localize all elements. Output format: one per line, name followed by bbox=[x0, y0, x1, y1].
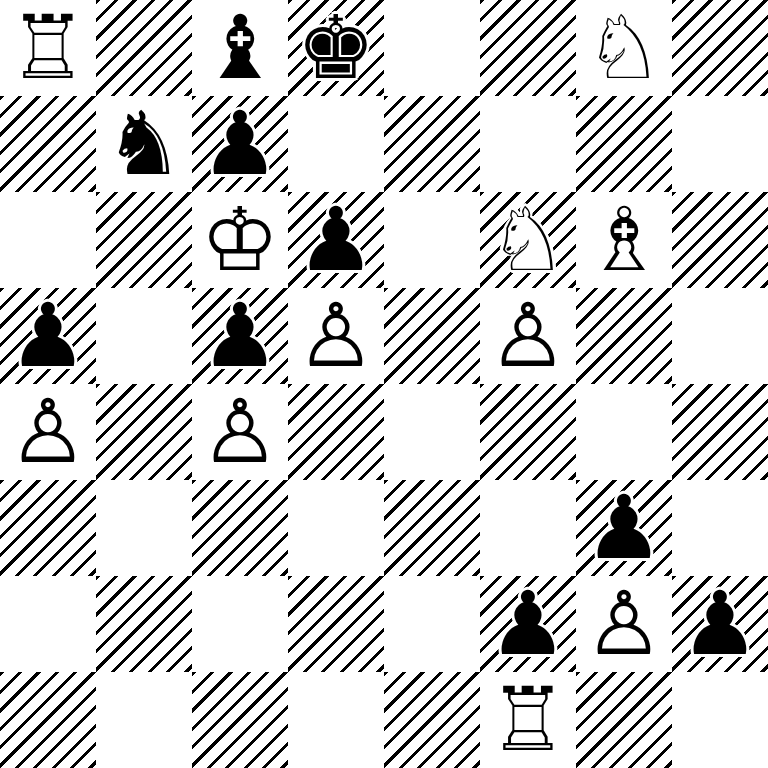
square-a3[interactable] bbox=[0, 480, 96, 576]
square-c1[interactable] bbox=[192, 672, 288, 768]
black-pawn-piece-c7: ♟ bbox=[192, 96, 288, 192]
white-pawn-piece-f5: ♙ bbox=[480, 288, 576, 384]
square-d1[interactable] bbox=[288, 672, 384, 768]
square-g6[interactable]: ♝♗ bbox=[576, 192, 672, 288]
square-g5[interactable] bbox=[576, 288, 672, 384]
square-b6[interactable] bbox=[96, 192, 192, 288]
white-pawn-piece-c4: ♙ bbox=[192, 384, 288, 480]
square-h5[interactable] bbox=[672, 288, 768, 384]
white-bishop-halo: ♝ bbox=[576, 192, 672, 288]
square-h7[interactable] bbox=[672, 96, 768, 192]
square-b5[interactable] bbox=[96, 288, 192, 384]
square-c6[interactable]: ♚♔ bbox=[192, 192, 288, 288]
square-d5[interactable]: ♟♙ bbox=[288, 288, 384, 384]
square-d6[interactable]: ♟♟ bbox=[288, 192, 384, 288]
black-king-halo: ♚ bbox=[288, 0, 384, 96]
square-g2[interactable]: ♟♙ bbox=[576, 576, 672, 672]
square-e1[interactable] bbox=[384, 672, 480, 768]
white-knight-halo: ♞ bbox=[480, 192, 576, 288]
white-rook-halo: ♜ bbox=[480, 672, 576, 768]
square-d7[interactable] bbox=[288, 96, 384, 192]
white-rook-halo: ♜ bbox=[0, 0, 96, 96]
white-bishop-piece-g6: ♗ bbox=[576, 192, 672, 288]
black-pawn-piece-a5: ♟ bbox=[0, 288, 96, 384]
square-e3[interactable] bbox=[384, 480, 480, 576]
square-b2[interactable] bbox=[96, 576, 192, 672]
square-d3[interactable] bbox=[288, 480, 384, 576]
white-pawn-halo: ♟ bbox=[480, 288, 576, 384]
black-pawn-halo: ♟ bbox=[288, 192, 384, 288]
black-pawn-halo: ♟ bbox=[480, 576, 576, 672]
square-f8[interactable] bbox=[480, 0, 576, 96]
square-e2[interactable] bbox=[384, 576, 480, 672]
square-d4[interactable] bbox=[288, 384, 384, 480]
black-bishop-halo: ♝ bbox=[192, 0, 288, 96]
white-king-halo: ♚ bbox=[192, 192, 288, 288]
square-b1[interactable] bbox=[96, 672, 192, 768]
black-pawn-piece-h2: ♟ bbox=[672, 576, 768, 672]
square-c4[interactable]: ♟♙ bbox=[192, 384, 288, 480]
square-h2[interactable]: ♟♟ bbox=[672, 576, 768, 672]
square-e8[interactable] bbox=[384, 0, 480, 96]
black-pawn-halo: ♟ bbox=[672, 576, 768, 672]
square-h4[interactable] bbox=[672, 384, 768, 480]
white-pawn-halo: ♟ bbox=[576, 576, 672, 672]
square-a7[interactable] bbox=[0, 96, 96, 192]
white-knight-halo: ♞ bbox=[576, 0, 672, 96]
square-d8[interactable]: ♚♚ bbox=[288, 0, 384, 96]
square-f7[interactable] bbox=[480, 96, 576, 192]
black-pawn-piece-g3: ♟ bbox=[576, 480, 672, 576]
square-c8[interactable]: ♝♝ bbox=[192, 0, 288, 96]
black-pawn-piece-d6: ♟ bbox=[288, 192, 384, 288]
square-b8[interactable] bbox=[96, 0, 192, 96]
square-h6[interactable] bbox=[672, 192, 768, 288]
white-king-piece-c6: ♔ bbox=[192, 192, 288, 288]
white-rook-piece-f1: ♖ bbox=[480, 672, 576, 768]
black-pawn-piece-f2: ♟ bbox=[480, 576, 576, 672]
square-e7[interactable] bbox=[384, 96, 480, 192]
black-king-piece-d8: ♚ bbox=[288, 0, 384, 96]
square-a6[interactable] bbox=[0, 192, 96, 288]
square-g3[interactable]: ♟♟ bbox=[576, 480, 672, 576]
white-pawn-piece-d5: ♙ bbox=[288, 288, 384, 384]
square-a2[interactable] bbox=[0, 576, 96, 672]
square-c7[interactable]: ♟♟ bbox=[192, 96, 288, 192]
square-a8[interactable]: ♜♖ bbox=[0, 0, 96, 96]
black-pawn-halo: ♟ bbox=[192, 96, 288, 192]
square-g7[interactable] bbox=[576, 96, 672, 192]
square-c5[interactable]: ♟♟ bbox=[192, 288, 288, 384]
white-pawn-halo: ♟ bbox=[0, 384, 96, 480]
square-g8[interactable]: ♞♘ bbox=[576, 0, 672, 96]
square-b4[interactable] bbox=[96, 384, 192, 480]
white-pawn-halo: ♟ bbox=[288, 288, 384, 384]
black-knight-halo: ♞ bbox=[96, 96, 192, 192]
black-pawn-halo: ♟ bbox=[0, 288, 96, 384]
square-c2[interactable] bbox=[192, 576, 288, 672]
black-pawn-piece-c5: ♟ bbox=[192, 288, 288, 384]
square-c3[interactable] bbox=[192, 480, 288, 576]
black-knight-piece-b7: ♞ bbox=[96, 96, 192, 192]
square-d2[interactable] bbox=[288, 576, 384, 672]
square-e5[interactable] bbox=[384, 288, 480, 384]
chess-board: ♜♖♝♝♚♚♞♘♞♞♟♟♚♔♟♟♞♘♝♗♟♟♟♟♟♙♟♙♟♙♟♙♟♟♟♟♟♙♟♟… bbox=[0, 0, 768, 768]
square-g4[interactable] bbox=[576, 384, 672, 480]
square-f4[interactable] bbox=[480, 384, 576, 480]
white-rook-piece-a8: ♖ bbox=[0, 0, 96, 96]
square-f5[interactable]: ♟♙ bbox=[480, 288, 576, 384]
black-bishop-piece-c8: ♝ bbox=[192, 0, 288, 96]
square-e4[interactable] bbox=[384, 384, 480, 480]
white-pawn-piece-a4: ♙ bbox=[0, 384, 96, 480]
square-f2[interactable]: ♟♟ bbox=[480, 576, 576, 672]
black-pawn-halo: ♟ bbox=[576, 480, 672, 576]
square-a5[interactable]: ♟♟ bbox=[0, 288, 96, 384]
square-g1[interactable] bbox=[576, 672, 672, 768]
square-e6[interactable] bbox=[384, 192, 480, 288]
square-h8[interactable] bbox=[672, 0, 768, 96]
white-pawn-halo: ♟ bbox=[192, 384, 288, 480]
square-h1[interactable] bbox=[672, 672, 768, 768]
square-a1[interactable] bbox=[0, 672, 96, 768]
square-f6[interactable]: ♞♘ bbox=[480, 192, 576, 288]
white-knight-piece-g8: ♘ bbox=[576, 0, 672, 96]
square-f1[interactable]: ♜♖ bbox=[480, 672, 576, 768]
white-pawn-piece-g2: ♙ bbox=[576, 576, 672, 672]
square-a4[interactable]: ♟♙ bbox=[0, 384, 96, 480]
square-b3[interactable] bbox=[96, 480, 192, 576]
black-pawn-halo: ♟ bbox=[192, 288, 288, 384]
square-f3[interactable] bbox=[480, 480, 576, 576]
white-knight-piece-f6: ♘ bbox=[480, 192, 576, 288]
square-h3[interactable] bbox=[672, 480, 768, 576]
square-b7[interactable]: ♞♞ bbox=[96, 96, 192, 192]
